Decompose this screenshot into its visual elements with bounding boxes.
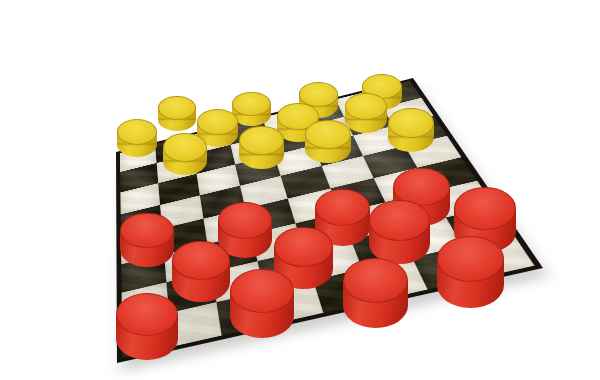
checker-yellow-r1c2 bbox=[158, 96, 196, 130]
photo-canvas bbox=[0, 0, 600, 380]
piece-side bbox=[158, 108, 196, 130]
piece-top-face bbox=[232, 92, 271, 116]
piece-top-face bbox=[117, 119, 157, 145]
piece-ground-shadow bbox=[150, 111, 197, 132]
piece-top-face bbox=[158, 96, 196, 120]
